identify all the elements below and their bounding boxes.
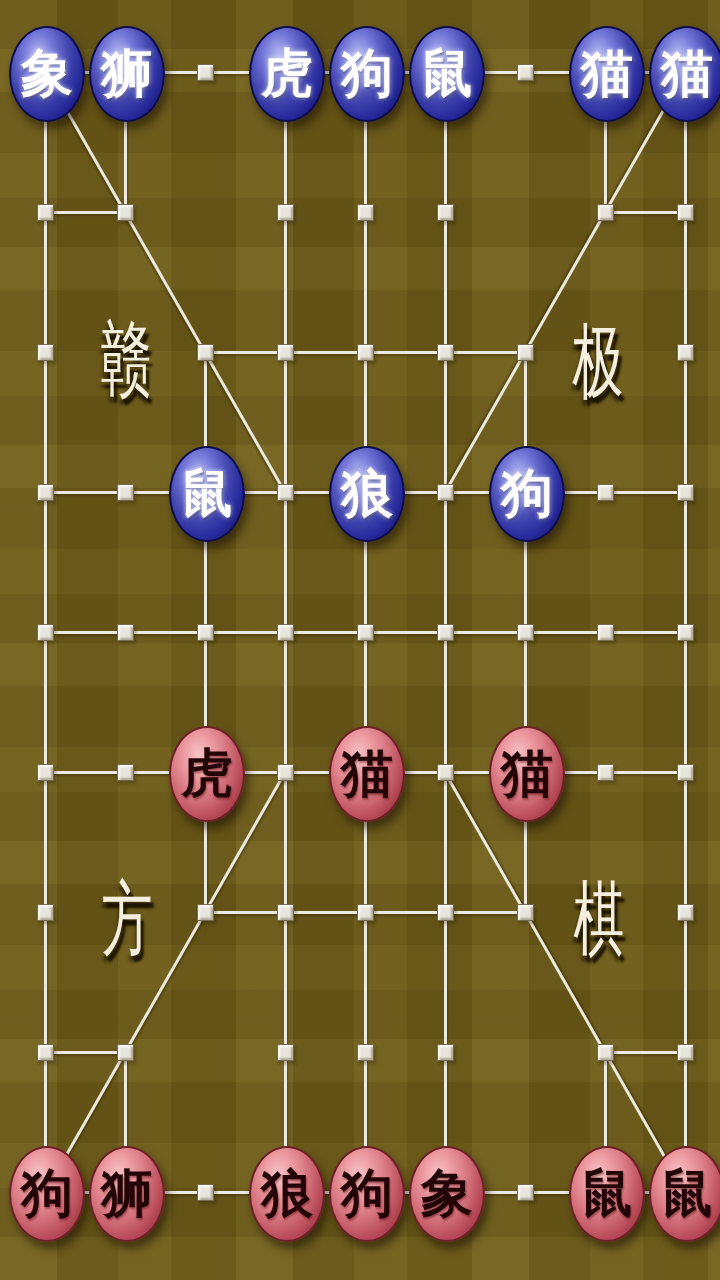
intersection-marker[interactable] [597, 764, 614, 781]
intersection-marker[interactable] [197, 64, 214, 81]
intersection-marker[interactable] [197, 904, 214, 921]
intersection-marker[interactable] [437, 204, 454, 221]
intersection-marker[interactable] [277, 1044, 294, 1061]
board-line-horizontal [44, 1051, 126, 1054]
intersection-marker[interactable] [37, 484, 54, 501]
intersection-marker[interactable] [517, 624, 534, 641]
piece-red-鼠[interactable]: 鼠 [569, 1146, 645, 1242]
board-line-diagonal [444, 71, 687, 492]
intersection-marker[interactable] [197, 624, 214, 641]
game-screen: 赣极方棋象狮虎狗鼠猫猫鼠狼狗虎猫猫狗狮狼狗象鼠鼠 [0, 0, 720, 1280]
piece-red-虎[interactable]: 虎 [169, 726, 245, 822]
intersection-marker[interactable] [597, 204, 614, 221]
piece-red-象[interactable]: 象 [409, 1146, 485, 1242]
intersection-marker[interactable] [597, 1044, 614, 1061]
board-watermark-char: 赣 [101, 319, 152, 401]
piece-blue-鼠[interactable]: 鼠 [169, 446, 245, 542]
intersection-marker[interactable] [357, 344, 374, 361]
intersection-marker[interactable] [677, 344, 694, 361]
piece-blue-猫[interactable]: 猫 [569, 26, 645, 122]
animal-chess-board: 赣极方棋象狮虎狗鼠猫猫鼠狼狗虎猫猫狗狮狼狗象鼠鼠 [0, 0, 720, 1280]
intersection-marker[interactable] [357, 204, 374, 221]
intersection-marker[interactable] [437, 904, 454, 921]
intersection-marker[interactable] [277, 624, 294, 641]
piece-blue-狼[interactable]: 狼 [329, 446, 405, 542]
intersection-marker[interactable] [597, 484, 614, 501]
piece-blue-虎[interactable]: 虎 [249, 26, 325, 122]
intersection-marker[interactable] [517, 904, 534, 921]
intersection-marker[interactable] [197, 1184, 214, 1201]
intersection-marker[interactable] [277, 904, 294, 921]
intersection-marker[interactable] [357, 1044, 374, 1061]
intersection-marker[interactable] [37, 1044, 54, 1061]
intersection-marker[interactable] [37, 764, 54, 781]
intersection-marker[interactable] [677, 484, 694, 501]
intersection-marker[interactable] [437, 344, 454, 361]
intersection-marker[interactable] [37, 624, 54, 641]
board-line-horizontal [604, 1051, 686, 1054]
piece-red-狮[interactable]: 狮 [89, 1146, 165, 1242]
intersection-marker[interactable] [677, 904, 694, 921]
board-line-horizontal [44, 211, 126, 214]
intersection-marker[interactable] [437, 484, 454, 501]
piece-blue-狗[interactable]: 狗 [329, 26, 405, 122]
intersection-marker[interactable] [117, 764, 134, 781]
piece-red-狼[interactable]: 狼 [249, 1146, 325, 1242]
piece-red-狗[interactable]: 狗 [329, 1146, 405, 1242]
intersection-marker[interactable] [597, 624, 614, 641]
intersection-marker[interactable] [197, 344, 214, 361]
intersection-marker[interactable] [117, 624, 134, 641]
board-line-diagonal [44, 771, 287, 1192]
intersection-marker[interactable] [357, 904, 374, 921]
board-watermark-char: 棋 [574, 879, 625, 961]
piece-blue-鼠[interactable]: 鼠 [409, 26, 485, 122]
intersection-marker[interactable] [517, 344, 534, 361]
intersection-marker[interactable] [277, 204, 294, 221]
intersection-marker[interactable] [277, 484, 294, 501]
intersection-marker[interactable] [357, 624, 374, 641]
intersection-marker[interactable] [437, 624, 454, 641]
intersection-marker[interactable] [517, 1184, 534, 1201]
piece-red-狗[interactable]: 狗 [9, 1146, 85, 1242]
intersection-marker[interactable] [117, 1044, 134, 1061]
board-line-horizontal [604, 211, 686, 214]
intersection-marker[interactable] [37, 904, 54, 921]
intersection-marker[interactable] [677, 204, 694, 221]
board-line-diagonal [44, 71, 287, 492]
board-watermark-char: 方 [102, 879, 153, 961]
intersection-marker[interactable] [117, 204, 134, 221]
intersection-marker[interactable] [677, 624, 694, 641]
piece-red-猫[interactable]: 猫 [329, 726, 405, 822]
intersection-marker[interactable] [37, 204, 54, 221]
intersection-marker[interactable] [437, 764, 454, 781]
intersection-marker[interactable] [677, 764, 694, 781]
piece-blue-狮[interactable]: 狮 [89, 26, 165, 122]
intersection-marker[interactable] [117, 484, 134, 501]
piece-red-鼠[interactable]: 鼠 [649, 1146, 720, 1242]
intersection-marker[interactable] [677, 1044, 694, 1061]
board-watermark-char: 极 [573, 321, 624, 403]
piece-blue-猫[interactable]: 猫 [649, 26, 720, 122]
piece-red-猫[interactable]: 猫 [489, 726, 565, 822]
intersection-marker[interactable] [277, 344, 294, 361]
intersection-marker[interactable] [277, 764, 294, 781]
piece-blue-狗[interactable]: 狗 [489, 446, 565, 542]
board-line-diagonal [444, 771, 687, 1192]
piece-blue-象[interactable]: 象 [9, 26, 85, 122]
intersection-marker[interactable] [437, 1044, 454, 1061]
intersection-marker[interactable] [37, 344, 54, 361]
intersection-marker[interactable] [517, 64, 534, 81]
